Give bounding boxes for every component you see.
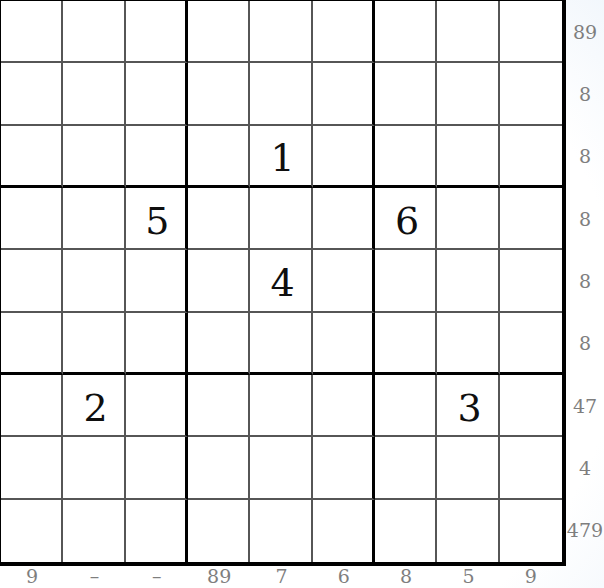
cell-r6c3[interactable] xyxy=(126,313,188,375)
cell-r6c7[interactable] xyxy=(375,313,437,375)
column-annotation-slot-c4: 89 xyxy=(188,565,250,587)
cell-r7c1[interactable] xyxy=(1,375,63,437)
cell-r7c7[interactable] xyxy=(375,375,437,437)
row-annotation-r2: 8 xyxy=(579,85,591,104)
cell-r2c3[interactable] xyxy=(126,63,188,125)
cell-r4c6[interactable] xyxy=(313,188,375,250)
given-digit: 1 xyxy=(270,139,294,177)
cell-r2c9[interactable] xyxy=(500,63,562,125)
cell-r2c5[interactable] xyxy=(250,63,312,125)
cell-r4c4[interactable] xyxy=(188,188,250,250)
cell-r9c5[interactable] xyxy=(250,500,312,562)
cell-r3c1[interactable] xyxy=(1,126,63,188)
cell-r8c4[interactable] xyxy=(188,437,250,499)
row-annotations-rail: 8988888474479 xyxy=(566,1,604,562)
column-annotation-c6: 6 xyxy=(338,567,350,586)
row-annotation-slot-r8: 4 xyxy=(566,437,604,499)
cell-r1c3[interactable] xyxy=(126,1,188,63)
row-annotation-r5: 8 xyxy=(579,272,591,291)
row-annotation-r4: 8 xyxy=(579,210,591,229)
cell-r8c5[interactable] xyxy=(250,437,312,499)
row-annotation-slot-r6: 8 xyxy=(566,313,604,375)
column-annotation-slot-c3: – xyxy=(126,565,188,587)
cell-r9c4[interactable] xyxy=(188,500,250,562)
column-annotations-rail: 9––8976859 xyxy=(1,565,562,587)
cell-r8c1[interactable] xyxy=(1,437,63,499)
column-annotation-c5: 7 xyxy=(275,567,287,586)
given-digit: 6 xyxy=(395,202,419,240)
cell-r3c2[interactable] xyxy=(63,126,125,188)
cell-r8c9[interactable] xyxy=(500,437,562,499)
column-annotation-slot-c5: 7 xyxy=(250,565,312,587)
column-annotation-c7: 8 xyxy=(400,567,412,586)
cell-r1c6[interactable] xyxy=(313,1,375,63)
row-annotation-slot-r5: 8 xyxy=(566,250,604,312)
column-annotation-slot-c1: 9 xyxy=(1,565,63,587)
column-annotation-slot-c8: 5 xyxy=(437,565,499,587)
cell-r5c4[interactable] xyxy=(188,250,250,312)
cell-r9c1[interactable] xyxy=(1,500,63,562)
cell-r4c5[interactable] xyxy=(250,188,312,250)
cell-r7c5[interactable] xyxy=(250,375,312,437)
cell-r3c5[interactable]: 1 xyxy=(250,126,312,188)
cell-r3c9[interactable] xyxy=(500,126,562,188)
row-annotation-r8: 4 xyxy=(579,459,591,478)
column-annotation-c4: 89 xyxy=(207,567,231,586)
cell-r6c6[interactable] xyxy=(313,313,375,375)
cell-r4c7[interactable]: 6 xyxy=(375,188,437,250)
cell-r5c3[interactable] xyxy=(126,250,188,312)
given-digit: 3 xyxy=(457,389,481,427)
cell-r3c3[interactable] xyxy=(126,126,188,188)
cell-r1c9[interactable] xyxy=(500,1,562,63)
cell-r6c4[interactable] xyxy=(188,313,250,375)
cell-r7c2[interactable]: 2 xyxy=(63,375,125,437)
cell-r7c8[interactable]: 3 xyxy=(437,375,499,437)
column-annotation-c2: – xyxy=(90,567,100,586)
cell-r9c3[interactable] xyxy=(126,500,188,562)
cell-r6c2[interactable] xyxy=(63,313,125,375)
row-annotation-slot-r2: 8 xyxy=(566,63,604,125)
cell-r8c8[interactable] xyxy=(437,437,499,499)
cell-r3c6[interactable] xyxy=(313,126,375,188)
cell-r5c1[interactable] xyxy=(1,250,63,312)
row-annotation-slot-r7: 47 xyxy=(566,375,604,437)
cell-r9c9[interactable] xyxy=(500,500,562,562)
cell-r9c7[interactable] xyxy=(375,500,437,562)
column-annotation-slot-c6: 6 xyxy=(313,565,375,587)
given-digit: 2 xyxy=(83,389,107,427)
sudoku-page: 156423 8988888474479 9––8976859 xyxy=(0,0,604,588)
cell-r5c7[interactable] xyxy=(375,250,437,312)
cell-r6c9[interactable] xyxy=(500,313,562,375)
row-annotation-slot-r3: 8 xyxy=(566,126,604,188)
cell-r8c3[interactable] xyxy=(126,437,188,499)
cell-r4c8[interactable] xyxy=(437,188,499,250)
cell-r9c6[interactable] xyxy=(313,500,375,562)
cell-r5c2[interactable] xyxy=(63,250,125,312)
sudoku-cell-grid: 156423 xyxy=(1,1,562,562)
given-digit: 4 xyxy=(270,264,294,302)
cell-r5c9[interactable] xyxy=(500,250,562,312)
cell-r6c1[interactable] xyxy=(1,313,63,375)
row-annotation-r9: 479 xyxy=(567,521,603,540)
cell-r1c7[interactable] xyxy=(375,1,437,63)
cell-r3c8[interactable] xyxy=(437,126,499,188)
row-annotation-slot-r1: 89 xyxy=(566,1,604,63)
cell-r3c4[interactable] xyxy=(188,126,250,188)
cell-r1c8[interactable] xyxy=(437,1,499,63)
cell-r1c1[interactable] xyxy=(1,1,63,63)
row-annotation-slot-r4: 8 xyxy=(566,188,604,250)
cell-r7c9[interactable] xyxy=(500,375,562,437)
row-annotation-r1: 89 xyxy=(573,23,597,42)
cell-r5c8[interactable] xyxy=(437,250,499,312)
cell-r2c8[interactable] xyxy=(437,63,499,125)
cell-r7c6[interactable] xyxy=(313,375,375,437)
cell-r2c1[interactable] xyxy=(1,63,63,125)
cell-r4c9[interactable] xyxy=(500,188,562,250)
cell-r7c4[interactable] xyxy=(188,375,250,437)
cell-r6c5[interactable] xyxy=(250,313,312,375)
cell-r8c6[interactable] xyxy=(313,437,375,499)
cell-r1c4[interactable] xyxy=(188,1,250,63)
cell-r3c7[interactable] xyxy=(375,126,437,188)
cell-r9c8[interactable] xyxy=(437,500,499,562)
row-annotation-r6: 8 xyxy=(579,334,591,353)
given-digit: 5 xyxy=(145,202,169,240)
row-annotation-r7: 47 xyxy=(573,397,597,416)
cell-r5c5[interactable]: 4 xyxy=(250,250,312,312)
cell-r5c6[interactable] xyxy=(313,250,375,312)
cell-r4c1[interactable] xyxy=(1,188,63,250)
cell-r8c2[interactable] xyxy=(63,437,125,499)
row-annotation-slot-r9: 479 xyxy=(566,500,604,562)
cell-r1c2[interactable] xyxy=(63,1,125,63)
column-annotation-slot-c2: – xyxy=(63,565,125,587)
cell-r2c2[interactable] xyxy=(63,63,125,125)
cell-r4c3[interactable]: 5 xyxy=(126,188,188,250)
cell-r2c7[interactable] xyxy=(375,63,437,125)
cell-r9c2[interactable] xyxy=(63,500,125,562)
row-annotation-r3: 8 xyxy=(579,147,591,166)
column-annotation-c1: 9 xyxy=(26,567,38,586)
cell-r2c4[interactable] xyxy=(188,63,250,125)
sudoku-board: 156423 xyxy=(0,0,566,566)
column-annotation-c8: 5 xyxy=(462,567,474,586)
column-annotation-c3: – xyxy=(152,567,162,586)
cell-r1c5[interactable] xyxy=(250,1,312,63)
column-annotation-slot-c9: 9 xyxy=(500,565,562,587)
column-annotation-c9: 9 xyxy=(525,567,537,586)
cell-r7c3[interactable] xyxy=(126,375,188,437)
cell-r2c6[interactable] xyxy=(313,63,375,125)
cell-r4c2[interactable] xyxy=(63,188,125,250)
cell-r6c8[interactable] xyxy=(437,313,499,375)
cell-r8c7[interactable] xyxy=(375,437,437,499)
column-annotation-slot-c7: 8 xyxy=(375,565,437,587)
